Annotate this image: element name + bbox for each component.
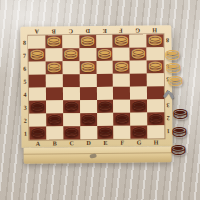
piece-dark-g1[interactable]: ⛂ [132,124,146,137]
rank-label-left-3: 3 [21,101,29,114]
square-c7[interactable]: ⛂ [62,48,79,61]
spare-piece-light[interactable]: ⛂ [166,71,184,89]
square-b4[interactable] [46,87,63,100]
rank-label-left-4: 4 [21,88,29,101]
square-g7[interactable]: ⛂ [130,47,147,60]
file-label-top-e: E [96,27,113,35]
piece-light-b8[interactable]: ⛂ [47,34,61,47]
rank-label-left-1: 1 [21,127,29,140]
board-face: ABCDEFGH ABCDEFGH 87654321 87654321 ⛂⛂⛂⛂… [20,25,172,148]
square-d8[interactable]: ⛂ [79,35,96,48]
square-b2[interactable]: ⛂ [46,113,63,126]
piece-dark-a3[interactable]: ⛂ [30,100,44,113]
square-f2[interactable]: ⛂ [114,113,131,126]
piece-light-b6[interactable]: ⛂ [47,60,61,73]
rank-label-left-2: 2 [21,114,29,127]
box-seam [24,152,172,155]
front-clasp-mark [89,154,97,159]
spare-piece-dark[interactable]: ⛂ [169,140,187,158]
square-b8[interactable]: ⛂ [45,35,62,48]
square-e1[interactable]: ⛂ [97,126,114,139]
square-a3[interactable]: ⛂ [29,101,46,114]
checkers-board: ABCDEFGH ABCDEFGH 87654321 87654321 ⛂⛂⛂⛂… [20,25,172,165]
file-label-top-c: C [62,27,79,35]
rank-label-left-5: 5 [21,75,29,88]
square-g3[interactable]: ⛂ [130,99,147,112]
piece-light-f8[interactable]: ⛂ [114,34,128,47]
piece-light-a7[interactable]: ⛂ [30,48,44,61]
square-f6[interactable]: ⛂ [113,61,130,74]
table-background: ABCDEFGH ABCDEFGH 87654321 87654321 ⛂⛂⛂⛂… [0,0,200,200]
piece-dark-h2[interactable]: ⛂ [149,111,163,124]
square-c3[interactable]: ⛂ [63,100,80,113]
piece-dark-d2[interactable]: ⛂ [81,112,95,125]
square-d4[interactable] [80,87,97,100]
file-label-bottom-f: F [114,139,131,147]
square-c1[interactable]: ⛂ [63,126,80,139]
square-g1[interactable]: ⛂ [131,125,148,138]
square-d2[interactable]: ⛂ [80,113,97,126]
square-h6[interactable]: ⛂ [147,60,164,73]
piece-dark-b2[interactable]: ⛂ [47,112,61,125]
file-label-top-a: A [28,28,45,36]
rank-label-left-6: 6 [21,62,29,75]
piece-dark-f2[interactable]: ⛂ [115,112,129,125]
square-h4[interactable] [147,86,164,99]
piece-light-f6[interactable]: ⛂ [114,60,128,73]
square-h2[interactable]: ⛂ [147,112,164,125]
square-a1[interactable]: ⛂ [29,127,46,140]
square-g5[interactable] [130,73,147,86]
piece-dark-e3[interactable]: ⛂ [98,99,112,112]
square-h8[interactable]: ⛂ [146,34,163,47]
piece-dark-c3[interactable]: ⛂ [64,99,78,112]
piece-light-h8[interactable]: ⛂ [148,33,162,46]
square-e5[interactable] [96,74,113,87]
piece-light-h6[interactable]: ⛂ [148,59,162,72]
piece-light-e7[interactable]: ⛂ [97,47,111,60]
square-a7[interactable]: ⛂ [29,49,46,62]
file-label-bottom-b: B [46,139,63,147]
piece-dark-e1[interactable]: ⛂ [98,125,112,138]
piece-dark-g3[interactable]: ⛂ [132,98,146,111]
rank-label-left-8: 8 [20,36,28,49]
piece-light-d8[interactable]: ⛂ [80,34,94,47]
piece-light-d6[interactable]: ⛂ [81,60,95,73]
file-label-bottom-h: H [148,138,165,146]
piece-dark-c1[interactable]: ⛂ [64,125,78,138]
square-f4[interactable] [113,87,130,100]
latch-hook [169,92,174,99]
board-front-edge [24,146,172,164]
piece-light-g7[interactable]: ⛂ [131,46,145,59]
board-grid: ⛂⛂⛂⛂⛂⛂⛂⛂⛂⛂⛂⛂⛂⛂⛂⛂⛂⛂⛂⛂⛂⛂⛂⛂ [28,34,164,139]
metal-latch-icon [163,88,176,102]
rank-label-left-7: 7 [21,49,29,62]
square-a5[interactable] [29,75,46,88]
square-c5[interactable] [63,74,80,87]
file-label-bottom-d: D [80,139,97,147]
file-label-top-g: G [130,26,147,34]
square-e7[interactable]: ⛂ [96,48,113,61]
piece-light-c7[interactable]: ⛂ [64,47,78,60]
square-f8[interactable]: ⛂ [113,35,130,48]
piece-dark-a1[interactable]: ⛂ [31,126,45,139]
square-b6[interactable]: ⛂ [46,61,63,74]
square-d6[interactable]: ⛂ [79,61,96,74]
square-e3[interactable]: ⛂ [97,100,114,113]
